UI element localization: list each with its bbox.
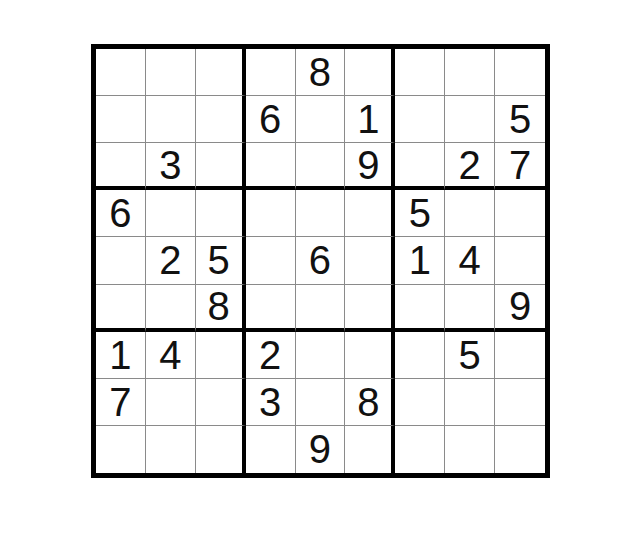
cell-r4c5-empty[interactable]	[296, 190, 346, 237]
cell-r5c7-given[interactable]: 1	[395, 237, 445, 284]
cell-r6c4-empty[interactable]	[246, 285, 296, 332]
cell-r3c9-given[interactable]: 7	[495, 143, 545, 190]
cell-r4c1-given[interactable]: 6	[96, 190, 146, 237]
cell-r7c7-empty[interactable]	[395, 332, 445, 379]
cell-r3c1-empty[interactable]	[96, 143, 146, 190]
cell-r2c4-given[interactable]: 6	[246, 96, 296, 143]
cell-r7c9-empty[interactable]	[495, 332, 545, 379]
cell-r5c8-given[interactable]: 4	[445, 237, 495, 284]
cell-r3c7-empty[interactable]	[395, 143, 445, 190]
cell-r1c6-empty[interactable]	[345, 49, 395, 96]
cell-r4c4-empty[interactable]	[246, 190, 296, 237]
cell-r4c7-given[interactable]: 5	[395, 190, 445, 237]
cell-r9c7-empty[interactable]	[395, 426, 445, 473]
cell-r9c3-empty[interactable]	[196, 426, 246, 473]
cell-r6c8-empty[interactable]	[445, 285, 495, 332]
cell-r8c8-empty[interactable]	[445, 379, 495, 426]
cell-r6c9-given[interactable]: 9	[495, 285, 545, 332]
cell-r1c8-empty[interactable]	[445, 49, 495, 96]
cell-r3c5-empty[interactable]	[296, 143, 346, 190]
cell-r8c4-given[interactable]: 3	[246, 379, 296, 426]
cell-r9c4-empty[interactable]	[246, 426, 296, 473]
cell-r7c1-given[interactable]: 1	[96, 332, 146, 379]
cell-r2c6-given[interactable]: 1	[345, 96, 395, 143]
cell-r1c4-empty[interactable]	[246, 49, 296, 96]
cell-r9c1-empty[interactable]	[96, 426, 146, 473]
cell-r8c5-empty[interactable]	[296, 379, 346, 426]
cell-r3c8-given[interactable]: 2	[445, 143, 495, 190]
cell-r5c5-given[interactable]: 6	[296, 237, 346, 284]
cell-r9c6-empty[interactable]	[345, 426, 395, 473]
cell-r8c2-empty[interactable]	[146, 379, 196, 426]
cell-r4c8-empty[interactable]	[445, 190, 495, 237]
cell-r2c1-empty[interactable]	[96, 96, 146, 143]
cell-r1c2-empty[interactable]	[146, 49, 196, 96]
cell-r1c5-given[interactable]: 8	[296, 49, 346, 96]
cell-r8c7-empty[interactable]	[395, 379, 445, 426]
cell-r4c3-empty[interactable]	[196, 190, 246, 237]
cell-r1c1-empty[interactable]	[96, 49, 146, 96]
cell-r6c1-empty[interactable]	[96, 285, 146, 332]
cell-r3c3-empty[interactable]	[196, 143, 246, 190]
cell-r7c6-empty[interactable]	[345, 332, 395, 379]
cell-r6c2-empty[interactable]	[146, 285, 196, 332]
cell-r2c5-empty[interactable]	[296, 96, 346, 143]
cell-r5c4-empty[interactable]	[246, 237, 296, 284]
cell-r1c3-empty[interactable]	[196, 49, 246, 96]
cell-r3c4-empty[interactable]	[246, 143, 296, 190]
sudoku-board: 8615392765256148914257389	[91, 44, 550, 478]
cell-r6c7-empty[interactable]	[395, 285, 445, 332]
cell-r7c3-empty[interactable]	[196, 332, 246, 379]
cell-r5c2-given[interactable]: 2	[146, 237, 196, 284]
cell-r5c1-empty[interactable]	[96, 237, 146, 284]
cell-r6c6-empty[interactable]	[345, 285, 395, 332]
cell-r2c8-empty[interactable]	[445, 96, 495, 143]
cell-r4c2-empty[interactable]	[146, 190, 196, 237]
cell-r8c1-given[interactable]: 7	[96, 379, 146, 426]
cell-r7c2-given[interactable]: 4	[146, 332, 196, 379]
cell-r4c6-empty[interactable]	[345, 190, 395, 237]
cell-r3c2-given[interactable]: 3	[146, 143, 196, 190]
cell-r1c7-empty[interactable]	[395, 49, 445, 96]
cell-r9c2-empty[interactable]	[146, 426, 196, 473]
cell-r8c9-empty[interactable]	[495, 379, 545, 426]
cell-r7c8-given[interactable]: 5	[445, 332, 495, 379]
cell-r8c3-empty[interactable]	[196, 379, 246, 426]
cell-r2c9-given[interactable]: 5	[495, 96, 545, 143]
cell-r7c5-empty[interactable]	[296, 332, 346, 379]
cell-r1c9-empty[interactable]	[495, 49, 545, 96]
cell-r2c7-empty[interactable]	[395, 96, 445, 143]
cell-r7c4-given[interactable]: 2	[246, 332, 296, 379]
cell-r2c3-empty[interactable]	[196, 96, 246, 143]
cell-r9c5-given[interactable]: 9	[296, 426, 346, 473]
cell-r9c9-empty[interactable]	[495, 426, 545, 473]
cell-r3c6-given[interactable]: 9	[345, 143, 395, 190]
cell-r5c6-empty[interactable]	[345, 237, 395, 284]
cell-r5c9-empty[interactable]	[495, 237, 545, 284]
cell-r4c9-empty[interactable]	[495, 190, 545, 237]
cell-r8c6-given[interactable]: 8	[345, 379, 395, 426]
cell-r2c2-empty[interactable]	[146, 96, 196, 143]
cell-r6c5-empty[interactable]	[296, 285, 346, 332]
cell-r6c3-given[interactable]: 8	[196, 285, 246, 332]
cell-r5c3-given[interactable]: 5	[196, 237, 246, 284]
cell-r9c8-empty[interactable]	[445, 426, 495, 473]
